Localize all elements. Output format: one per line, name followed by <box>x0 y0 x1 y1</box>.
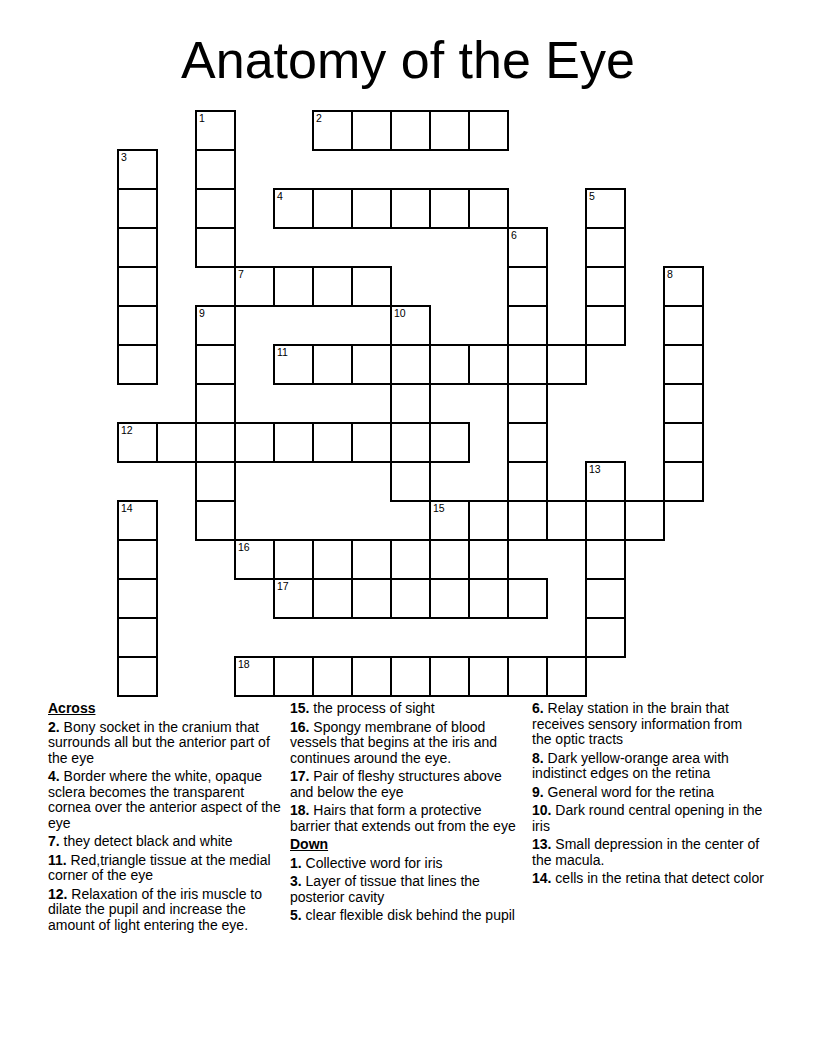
clue-text: Red,triangle tissue at the medial corner… <box>48 852 271 884</box>
grid-cell-r12c6[interactable] <box>351 578 392 619</box>
clue-column-1: Across2. Bony socket in the cranium that… <box>48 701 281 936</box>
grid-cell-r5c2[interactable]: 9 <box>195 305 236 346</box>
clue-text: Relay station in the brain that receives… <box>532 700 742 747</box>
crossword-page: Anatomy of the Eye 123456789101112131415… <box>0 0 816 1056</box>
grid-cell-r8c3[interactable] <box>234 422 275 463</box>
grid-cell-r3c10[interactable]: 6 <box>507 227 548 268</box>
grid-cell-r0c2[interactable]: 1 <box>195 110 236 151</box>
grid-cell-r10c13[interactable] <box>624 500 665 541</box>
clue-across-16: 16. Spongy membrane of blood vessels tha… <box>290 720 523 767</box>
clue-across-2: 2. Bony socket in the cranium that surro… <box>48 720 281 767</box>
clue-across-18: 18. Hairs that form a protective barrier… <box>290 803 523 834</box>
grid-cell-r12c0[interactable] <box>117 578 158 619</box>
grid-cell-r2c7[interactable] <box>390 188 431 229</box>
grid-cell-r6c6[interactable] <box>351 344 392 385</box>
grid-cell-r2c6[interactable] <box>351 188 392 229</box>
grid-cell-r14c7[interactable] <box>390 656 431 697</box>
clue-label: 4. <box>48 768 60 784</box>
grid-cell-r14c11[interactable] <box>546 656 587 697</box>
clue-label: 17. <box>290 768 309 784</box>
clue-text: clear flexible disk behind the pupil <box>302 907 515 923</box>
grid-cell-r0c8[interactable] <box>429 110 470 151</box>
clue-number-2: 2 <box>316 112 322 124</box>
grid-cell-r8c4[interactable] <box>273 422 314 463</box>
clue-text: Pair of fleshy structures above and belo… <box>290 768 502 800</box>
clue-number-7: 7 <box>238 268 244 280</box>
clue-number-16: 16 <box>238 541 250 553</box>
clue-text: they detect black and white <box>60 833 233 849</box>
clue-label: 6. <box>532 700 544 716</box>
grid-cell-r5c7[interactable]: 10 <box>390 305 431 346</box>
grid-cell-r4c5[interactable] <box>312 266 353 307</box>
grid-cell-r2c0[interactable] <box>117 188 158 229</box>
clue-label: 11. <box>48 852 67 868</box>
grid-cell-r1c2[interactable] <box>195 149 236 190</box>
grid-cell-r0c5[interactable]: 2 <box>312 110 353 151</box>
grid-cell-r6c5[interactable] <box>312 344 353 385</box>
clue-number-8: 8 <box>667 268 673 280</box>
clue-text: cells in the retina that detect color <box>551 870 763 886</box>
grid-cell-r14c9[interactable] <box>468 656 509 697</box>
grid-cell-r11c0[interactable] <box>117 539 158 580</box>
clue-text: the process of sight <box>309 700 434 716</box>
grid-cell-r6c10[interactable] <box>507 344 548 385</box>
clue-down-14: 14. cells in the retina that detect colo… <box>532 871 765 887</box>
grid-cell-r4c12[interactable] <box>585 266 626 307</box>
clue-text: General word for the retina <box>544 784 714 800</box>
grid-cell-r12c12[interactable] <box>585 578 626 619</box>
grid-cell-r5c14[interactable] <box>663 305 704 346</box>
clue-label: 1. <box>290 855 302 871</box>
grid-cell-r2c12[interactable]: 5 <box>585 188 626 229</box>
clue-text: Hairs that form a protective barrier tha… <box>290 802 516 834</box>
clue-across-15: 15. the process of sight <box>290 701 523 717</box>
grid-cell-r14c6[interactable] <box>351 656 392 697</box>
across-header: Across <box>48 701 281 717</box>
puzzle-title: Anatomy of the Eye <box>0 30 816 90</box>
grid-cell-r11c5[interactable] <box>312 539 353 580</box>
clue-label: 9. <box>532 784 544 800</box>
grid-cell-r9c2[interactable] <box>195 461 236 502</box>
clue-label: 14. <box>532 870 551 886</box>
clue-number-15: 15 <box>433 502 445 514</box>
clue-number-9: 9 <box>199 307 205 319</box>
grid-cell-r10c9[interactable] <box>468 500 509 541</box>
grid-cell-r6c11[interactable] <box>546 344 587 385</box>
grid-cell-r7c7[interactable] <box>390 383 431 424</box>
grid-cell-r11c4[interactable] <box>273 539 314 580</box>
clue-number-18: 18 <box>238 658 250 670</box>
grid-cell-r6c0[interactable] <box>117 344 158 385</box>
clue-across-11: 11. Red,triangle tissue at the medial co… <box>48 853 281 884</box>
grid-cell-r12c4[interactable]: 17 <box>273 578 314 619</box>
clue-label: 5. <box>290 907 302 923</box>
grid-cell-r14c10[interactable] <box>507 656 548 697</box>
grid-cell-r6c14[interactable] <box>663 344 704 385</box>
grid-cell-r6c4[interactable]: 11 <box>273 344 314 385</box>
grid-cell-r9c10[interactable] <box>507 461 548 502</box>
clue-number-4: 4 <box>277 190 283 202</box>
grid-cell-r4c10[interactable] <box>507 266 548 307</box>
grid-cell-r3c0[interactable] <box>117 227 158 268</box>
grid-cell-r4c14[interactable]: 8 <box>663 266 704 307</box>
clue-down-1: 1. Collective word for iris <box>290 856 523 872</box>
clue-down-8: 8. Dark yellow-orange area with indistin… <box>532 751 765 782</box>
grid-cell-r10c12[interactable] <box>585 500 626 541</box>
clue-number-5: 5 <box>589 190 595 202</box>
grid-cell-r12c10[interactable] <box>507 578 548 619</box>
clue-number-1: 1 <box>199 112 205 124</box>
clue-column-2: 15. the process of sight16. Spongy membr… <box>290 701 523 936</box>
clue-text: Border where the white, opaque sclera be… <box>48 768 281 831</box>
clue-down-5: 5. clear flexible disk behind the pupil <box>290 908 523 924</box>
clue-label: 15. <box>290 700 309 716</box>
grid-cell-r14c5[interactable] <box>312 656 353 697</box>
grid-cell-r9c12[interactable]: 13 <box>585 461 626 502</box>
clue-label: 2. <box>48 719 60 735</box>
clue-number-17: 17 <box>277 580 289 592</box>
grid-cell-r8c1[interactable] <box>156 422 197 463</box>
clue-down-9: 9. General word for the retina <box>532 785 765 801</box>
clue-down-6: 6. Relay station in the brain that recei… <box>532 701 765 748</box>
grid-cell-r14c8[interactable] <box>429 656 470 697</box>
clue-down-13: 13. Small depression in the center of th… <box>532 837 765 868</box>
grid-cell-r3c12[interactable] <box>585 227 626 268</box>
grid-cell-r7c10[interactable] <box>507 383 548 424</box>
grid-cell-r10c2[interactable] <box>195 500 236 541</box>
grid-cell-r14c0[interactable] <box>117 656 158 697</box>
grid-cell-r12c8[interactable] <box>429 578 470 619</box>
clue-across-17: 17. Pair of fleshy structures above and … <box>290 769 523 800</box>
grid-cell-r8c2[interactable] <box>195 422 236 463</box>
grid-cell-r8c10[interactable] <box>507 422 548 463</box>
clue-label: 8. <box>532 750 544 766</box>
grid-cell-r8c5[interactable] <box>312 422 353 463</box>
grid-cell-r8c0[interactable]: 12 <box>117 422 158 463</box>
grid-cell-r0c9[interactable] <box>468 110 509 151</box>
clue-label: 18. <box>290 802 309 818</box>
clue-text: Spongy membrane of blood vessels that be… <box>290 719 497 766</box>
grid-cell-r14c4[interactable] <box>273 656 314 697</box>
grid-cell-r4c3[interactable]: 7 <box>234 266 275 307</box>
grid-cell-r13c12[interactable] <box>585 617 626 658</box>
grid-cell-r5c10[interactable] <box>507 305 548 346</box>
clue-across-4: 4. Border where the white, opaque sclera… <box>48 769 281 831</box>
clue-down-10: 10. Dark round central opening in the ir… <box>532 803 765 834</box>
grid-cell-r6c7[interactable] <box>390 344 431 385</box>
clue-down-3: 3. Layer of tissue that lines the poster… <box>290 874 523 905</box>
grid-cell-r6c8[interactable] <box>429 344 470 385</box>
grid-cell-r10c10[interactable] <box>507 500 548 541</box>
clue-number-10: 10 <box>394 307 406 319</box>
grid-cell-r11c7[interactable] <box>390 539 431 580</box>
clue-text: Layer of tissue that lines the posterior… <box>290 873 480 905</box>
grid-cell-r7c14[interactable] <box>663 383 704 424</box>
clue-across-12: 12. Relaxation of the iris muscle to dil… <box>48 887 281 934</box>
grid-cell-r9c14[interactable] <box>663 461 704 502</box>
grid-cell-r2c5[interactable] <box>312 188 353 229</box>
grid-cell-r6c9[interactable] <box>468 344 509 385</box>
grid-cell-r4c4[interactable] <box>273 266 314 307</box>
grid-cell-r3c2[interactable] <box>195 227 236 268</box>
grid-cell-r4c0[interactable] <box>117 266 158 307</box>
clue-label: 12. <box>48 886 67 902</box>
grid-cell-r5c12[interactable] <box>585 305 626 346</box>
grid-cell-r8c8[interactable] <box>429 422 470 463</box>
grid-cell-r8c7[interactable] <box>390 422 431 463</box>
grid-cell-r8c6[interactable] <box>351 422 392 463</box>
grid-cell-r12c9[interactable] <box>468 578 509 619</box>
clue-label: 16. <box>290 719 309 735</box>
grid-cell-r10c8[interactable]: 15 <box>429 500 470 541</box>
grid-cell-r13c0[interactable] <box>117 617 158 658</box>
clue-number-12: 12 <box>121 424 133 436</box>
crossword-grid: 123456789101112131415161718 <box>117 110 704 697</box>
grid-cell-r11c12[interactable] <box>585 539 626 580</box>
clue-label: 7. <box>48 833 60 849</box>
clue-text: Bony socket in the cranium that surround… <box>48 719 270 766</box>
grid-cell-r8c14[interactable] <box>663 422 704 463</box>
clue-label: 13. <box>532 836 551 852</box>
clues-section: Across2. Bony socket in the cranium that… <box>48 701 764 936</box>
clue-number-13: 13 <box>589 463 601 475</box>
grid-cell-r10c0[interactable]: 14 <box>117 500 158 541</box>
clue-number-3: 3 <box>121 151 127 163</box>
grid-cell-r7c2[interactable] <box>195 383 236 424</box>
clue-label: 3. <box>290 873 302 889</box>
grid-cell-r14c3[interactable]: 18 <box>234 656 275 697</box>
grid-cell-r5c0[interactable] <box>117 305 158 346</box>
grid-cell-r0c7[interactable] <box>390 110 431 151</box>
clue-text: Dark round central opening in the iris <box>532 802 762 834</box>
grid-cell-r2c4[interactable]: 4 <box>273 188 314 229</box>
grid-cell-r4c6[interactable] <box>351 266 392 307</box>
grid-cell-r2c9[interactable] <box>468 188 509 229</box>
grid-cell-r0c6[interactable] <box>351 110 392 151</box>
grid-cell-r12c5[interactable] <box>312 578 353 619</box>
grid-cell-r12c7[interactable] <box>390 578 431 619</box>
grid-cell-r11c9[interactable] <box>468 539 509 580</box>
clue-across-7: 7. they detect black and white <box>48 834 281 850</box>
clue-text: Relaxation of the iris muscle to dilate … <box>48 886 262 933</box>
grid-cell-r11c8[interactable] <box>429 539 470 580</box>
clue-column-3: 6. Relay station in the brain that recei… <box>532 701 765 936</box>
clue-label: 10. <box>532 802 551 818</box>
clue-text: Collective word for iris <box>302 855 443 871</box>
grid-cell-r1c0[interactable]: 3 <box>117 149 158 190</box>
clue-text: Small depression in the center of the ma… <box>532 836 759 868</box>
grid-cell-r2c8[interactable] <box>429 188 470 229</box>
grid-cell-r10c11[interactable] <box>546 500 587 541</box>
grid-cell-r9c7[interactable] <box>390 461 431 502</box>
clue-number-6: 6 <box>511 229 517 241</box>
clue-number-14: 14 <box>121 502 133 514</box>
clue-number-11: 11 <box>277 346 288 358</box>
grid-cell-r6c2[interactable] <box>195 344 236 385</box>
down-header: Down <box>290 837 523 853</box>
grid-cell-r11c3[interactable]: 16 <box>234 539 275 580</box>
grid-cell-r11c6[interactable] <box>351 539 392 580</box>
grid-cell-r2c2[interactable] <box>195 188 236 229</box>
clue-text: Dark yellow-orange area with indistinct … <box>532 750 729 782</box>
